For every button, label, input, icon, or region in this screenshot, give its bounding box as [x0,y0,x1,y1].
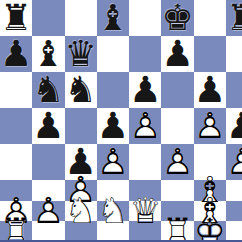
square-b2[interactable]: ♟♙ [32,201,64,222]
piece-white-rook[interactable]: ♜♖ [161,221,193,242]
piece-white-knight[interactable]: ♞♘ [65,201,97,222]
piece-black-pawn[interactable]: ♟ [97,108,129,144]
square-f3[interactable] [161,180,193,201]
square-a5[interactable] [0,108,32,144]
square-b5[interactable]: ♟ [32,108,64,144]
square-g1[interactable]: ♚♔ [194,221,226,242]
square-h3[interactable] [226,180,242,201]
square-f8[interactable]: ♚ [161,0,193,36]
piece-white-rook[interactable]: ♜♖ [0,221,32,242]
piece-glyph-outline: ♖ [161,221,193,242]
piece-black-pawn[interactable]: ♟ [194,72,226,108]
piece-glyph-outline: ♙ [161,144,193,180]
piece-white-queen[interactable]: ♛♕ [129,201,161,222]
chess-board: ♜♝♚♜♟♝♛♟♞♞♟♟♟♟♟♙♟♙♟♟♟♙♟♙♟♙♟♙♝♗♟♙♟♙♞♘♞♘♛♕… [0,0,242,242]
piece-white-pawn[interactable]: ♟♙ [97,144,129,180]
piece-white-pawn[interactable]: ♟♙ [194,108,226,144]
piece-glyph-outline: ♙ [129,108,161,144]
square-e6[interactable]: ♟ [129,72,161,108]
piece-black-pawn[interactable]: ♟ [0,36,32,72]
square-d6[interactable] [97,72,129,108]
square-f1[interactable]: ♜♖ [161,221,193,242]
piece-black-queen[interactable]: ♛ [65,36,97,72]
piece-black-pawn[interactable]: ♟ [129,72,161,108]
piece-glyph-outline: ♕ [129,201,161,222]
square-d7[interactable] [97,36,129,72]
square-h7[interactable] [226,36,242,72]
piece-black-rook[interactable]: ♜ [226,0,242,36]
piece-glyph-outline: ♙ [194,108,226,144]
square-f4[interactable]: ♟♙ [161,144,193,180]
square-b6[interactable]: ♞ [32,72,64,108]
square-f5[interactable] [161,108,193,144]
square-h6[interactable] [226,72,242,108]
piece-glyph-outline: ♙ [226,144,242,180]
piece-glyph-outline: ♙ [32,201,64,222]
square-d2[interactable]: ♞♘ [97,201,129,222]
piece-black-knight[interactable]: ♞ [32,72,64,108]
square-a7[interactable]: ♟ [0,36,32,72]
square-c5[interactable] [65,108,97,144]
square-b8[interactable] [32,0,64,36]
piece-glyph-outline: ♔ [194,221,226,242]
piece-glyph-outline: ♘ [97,201,129,222]
square-d4[interactable]: ♟♙ [97,144,129,180]
piece-white-king[interactable]: ♚♔ [194,221,226,242]
piece-white-pawn[interactable]: ♟♙ [161,144,193,180]
square-g5[interactable]: ♟♙ [194,108,226,144]
piece-black-pawn[interactable]: ♟ [32,108,64,144]
square-c8[interactable] [65,0,97,36]
square-f7[interactable]: ♟ [161,36,193,72]
square-e7[interactable] [129,36,161,72]
square-e2[interactable]: ♛♕ [129,201,161,222]
square-g6[interactable]: ♟ [194,72,226,108]
square-g7[interactable] [194,36,226,72]
square-h8[interactable]: ♜ [226,0,242,36]
piece-black-rook[interactable]: ♜ [0,0,32,36]
square-h1[interactable] [226,221,242,242]
square-b7[interactable]: ♝ [32,36,64,72]
square-a6[interactable] [0,72,32,108]
piece-glyph-outline: ♙ [97,144,129,180]
square-g8[interactable] [194,0,226,36]
square-f6[interactable] [161,72,193,108]
piece-white-knight[interactable]: ♞♘ [97,201,129,222]
square-h5[interactable]: ♟ [226,108,242,144]
piece-glyph-outline: ♖ [0,221,32,242]
square-e4[interactable] [129,144,161,180]
square-c6[interactable]: ♞ [65,72,97,108]
square-e5[interactable]: ♟♙ [129,108,161,144]
piece-black-pawn[interactable]: ♟ [226,108,242,144]
square-a4[interactable] [0,144,32,180]
piece-glyph-outline: ♘ [65,201,97,222]
piece-black-bishop[interactable]: ♝ [97,0,129,36]
piece-white-pawn[interactable]: ♟♙ [32,201,64,222]
piece-white-pawn[interactable]: ♟♙ [226,144,242,180]
piece-black-knight[interactable]: ♞ [65,72,97,108]
piece-white-pawn[interactable]: ♟♙ [129,108,161,144]
square-b4[interactable] [32,144,64,180]
piece-black-bishop[interactable]: ♝ [32,36,64,72]
square-a8[interactable]: ♜ [0,0,32,36]
square-d5[interactable]: ♟ [97,108,129,144]
square-c7[interactable]: ♛ [65,36,97,72]
piece-black-pawn[interactable]: ♟ [161,36,193,72]
square-h4[interactable]: ♟♙ [226,144,242,180]
square-d8[interactable]: ♝ [97,0,129,36]
square-a1[interactable]: ♜♖ [0,221,32,242]
square-c2[interactable]: ♞♘ [65,201,97,222]
square-h2[interactable] [226,201,242,222]
square-e8[interactable] [129,0,161,36]
piece-black-king[interactable]: ♚ [161,0,193,36]
